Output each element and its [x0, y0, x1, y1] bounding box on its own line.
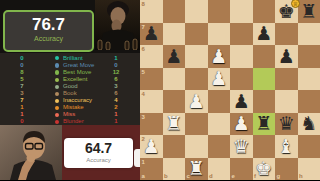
square-e1[interactable]: e	[230, 158, 253, 181]
great-move-icon	[55, 63, 59, 67]
black-rook-h8[interactable]: ♜	[300, 2, 317, 21]
legend-row-good: 7Good3	[0, 83, 140, 90]
rank-label: 2	[142, 136, 145, 142]
legend-row-excellent: 5Excellent6	[0, 76, 140, 83]
square-c4[interactable]: ♟	[185, 90, 208, 113]
right-player-count: 1	[108, 55, 124, 62]
right-player-count: 1	[108, 111, 124, 118]
white-pawn-d5[interactable]: ♟	[210, 69, 227, 88]
top-player-accuracy-card: 76.7 Accuracy	[3, 10, 94, 52]
classification-label: Great Move	[63, 62, 94, 69]
file-label: b	[164, 173, 168, 179]
right-player-count: 2	[108, 104, 124, 111]
square-b2[interactable]	[163, 135, 186, 158]
square-b6[interactable]: ♟	[163, 45, 186, 68]
black-queen-g3[interactable]: ♛	[278, 114, 295, 133]
mistake-icon	[55, 106, 59, 110]
classification-label: Inaccuracy	[63, 97, 92, 104]
square-e8[interactable]	[230, 0, 253, 23]
square-h8[interactable]: ♜	[298, 0, 320, 23]
bottom-accuracy-value: 64.7	[64, 140, 133, 156]
left-player-count: 5	[14, 76, 30, 83]
square-b7[interactable]	[163, 23, 186, 46]
square-d7[interactable]	[208, 23, 231, 46]
square-f4[interactable]	[253, 90, 276, 113]
classification-label: Mistake	[63, 104, 84, 111]
square-g7[interactable]	[275, 23, 298, 46]
left-player-count: 0	[14, 55, 30, 62]
square-c8[interactable]	[185, 0, 208, 23]
square-c3[interactable]	[185, 113, 208, 136]
black-rook-f3[interactable]: ♜	[255, 114, 272, 133]
square-a5[interactable]: 5	[140, 68, 163, 91]
rank-label: 1	[142, 159, 145, 165]
bottom-player-accuracy-card: 64.7 Accuracy	[64, 138, 133, 168]
left-player-count: 7	[14, 97, 30, 104]
square-e6[interactable]	[230, 45, 253, 68]
white-bishop-g2[interactable]: ♝	[278, 137, 295, 156]
square-e2[interactable]: ♛	[230, 135, 253, 158]
legend-row-book: 3Book6	[0, 90, 140, 97]
classification-label: Excellent	[63, 76, 87, 83]
top-accuracy-label: Accuracy	[5, 34, 92, 43]
square-h1[interactable]: h	[298, 158, 320, 181]
square-a1[interactable]: 1a	[140, 158, 163, 181]
square-a7[interactable]: 7♟	[140, 23, 163, 46]
square-f3[interactable]: ♜	[253, 113, 276, 136]
game-review-screen: 76.7 Accuracy	[0, 0, 320, 180]
square-d2[interactable]	[208, 135, 231, 158]
black-pawn-a7[interactable]: ♟	[143, 24, 160, 43]
excellent-icon	[55, 78, 59, 82]
rank-label: 8	[142, 1, 145, 7]
square-g3[interactable]: ♛	[275, 113, 298, 136]
file-label: g	[277, 173, 281, 179]
left-player-count: 8	[14, 69, 30, 76]
brilliant-icon	[55, 56, 59, 60]
legend-row-great-move: 0Great Move0	[0, 62, 140, 69]
right-player-count: 4	[108, 97, 124, 104]
square-b1[interactable]: b	[163, 158, 186, 181]
right-player-count: 6	[108, 76, 124, 83]
white-rook-c1[interactable]: ♜	[188, 159, 205, 178]
legend-row-brilliant: 0Brilliant1	[0, 55, 140, 62]
square-e7[interactable]	[230, 23, 253, 46]
square-f6[interactable]	[253, 45, 276, 68]
square-g6[interactable]: ♟	[275, 45, 298, 68]
legend-row-miss: 1Miss1	[0, 111, 140, 118]
white-pawn-e3[interactable]: ♟	[233, 114, 250, 133]
left-player-count: 0	[14, 62, 30, 69]
black-pawn-e4[interactable]: ♟	[233, 92, 250, 111]
classification-label: Good	[63, 83, 78, 90]
square-h5[interactable]	[298, 68, 320, 91]
square-d1[interactable]: d	[208, 158, 231, 181]
white-queen-e2[interactable]: ♛	[233, 137, 250, 156]
legend-row-mistake: 1Mistake2	[0, 104, 140, 111]
square-c1[interactable]: c♜	[185, 158, 208, 181]
classification-label: Book	[63, 90, 77, 97]
legend-row-best-move: 8Best Move12	[0, 69, 140, 76]
rank-label: 6	[142, 46, 145, 52]
left-player-count: 7	[14, 83, 30, 90]
left-player-count: 1	[14, 104, 30, 111]
square-c6[interactable]	[185, 45, 208, 68]
square-d4[interactable]	[208, 90, 231, 113]
bottom-accuracy-label: Accuracy	[64, 156, 133, 164]
square-e3[interactable]: ♟	[230, 113, 253, 136]
square-d8[interactable]	[208, 0, 231, 23]
square-a6[interactable]: 6	[140, 45, 163, 68]
classification-label: Best Move	[63, 69, 91, 76]
classification-label: Miss	[63, 111, 75, 118]
bottom-player-webcam	[0, 125, 62, 180]
square-f1[interactable]: f♚	[253, 158, 276, 181]
square-c2[interactable]	[185, 135, 208, 158]
square-h4[interactable]	[298, 90, 320, 113]
classification-label: Brilliant	[63, 55, 83, 62]
right-player-count: 12	[108, 69, 124, 76]
square-e5[interactable]	[230, 68, 253, 91]
white-king-f1[interactable]: ♚	[255, 159, 272, 178]
square-a4[interactable]: 4	[140, 90, 163, 113]
square-f7[interactable]: ♟	[253, 23, 276, 46]
square-a8[interactable]: 8	[140, 0, 163, 23]
miss-icon	[55, 113, 59, 117]
right-player-count: 3	[108, 83, 124, 90]
rank-label: 7	[142, 24, 145, 30]
file-label: e	[232, 173, 235, 179]
file-label: h	[299, 173, 303, 179]
white-pawn-c4[interactable]: ♟	[188, 92, 205, 111]
white-rook-b3[interactable]: ♜	[165, 114, 182, 133]
square-f5[interactable]	[253, 68, 276, 91]
rank-label: 3	[142, 114, 145, 120]
square-d5[interactable]: ♟	[208, 68, 231, 91]
best-move-icon	[55, 70, 59, 74]
square-h7[interactable]	[298, 23, 320, 46]
square-f2[interactable]	[253, 135, 276, 158]
black-pawn-f7[interactable]: ♟	[255, 24, 272, 43]
top-accuracy-value: 76.7	[5, 15, 92, 34]
square-g5[interactable]	[275, 68, 298, 91]
left-player-count: 3	[14, 90, 30, 97]
square-a2[interactable]: 2♟	[140, 135, 163, 158]
blunder-icon	[55, 120, 59, 124]
square-d3[interactable]	[208, 113, 231, 136]
black-pawn-g6[interactable]: ♟	[278, 47, 295, 66]
black-pawn-b6[interactable]: ♟	[165, 47, 182, 66]
square-b4[interactable]	[163, 90, 186, 113]
rank-label: 5	[142, 69, 145, 75]
square-b3[interactable]: ♜	[163, 113, 186, 136]
square-h3[interactable]: ♞	[298, 113, 320, 136]
square-g4[interactable]	[275, 90, 298, 113]
left-player-count: 1	[14, 111, 30, 118]
book-icon	[55, 92, 59, 96]
square-f8[interactable]	[253, 0, 276, 23]
legend-row-inaccuracy: 7Inaccuracy4	[0, 97, 140, 104]
top-player-webcam	[95, 0, 140, 50]
square-b5[interactable]	[163, 68, 186, 91]
white-pawn-a2[interactable]: ♟	[143, 137, 160, 156]
square-h2[interactable]	[298, 135, 320, 158]
top-player-silhouette	[95, 0, 140, 50]
good-icon	[55, 85, 59, 89]
rank-label: 4	[142, 91, 145, 97]
right-player-count: 6	[108, 90, 124, 97]
square-g2[interactable]: ♝	[275, 135, 298, 158]
square-g1[interactable]: g	[275, 158, 298, 181]
chess-board: 8♚♜7♟♟6♟♟♟5♟4♟♟3♜♟♜♛♞2♟♛♝1abc♜def♚gh♕	[140, 0, 320, 180]
file-label: f	[254, 173, 256, 179]
inaccuracy-icon	[55, 99, 59, 103]
square-d6[interactable]: ♟	[208, 45, 231, 68]
top-player-panel: 76.7 Accuracy	[0, 0, 140, 53]
file-label: d	[209, 173, 213, 179]
black-knight-h3[interactable]: ♞	[300, 114, 317, 133]
square-c7[interactable]	[185, 23, 208, 46]
file-label: c	[187, 173, 190, 179]
square-c5[interactable]	[185, 68, 208, 91]
square-a3[interactable]: 3	[140, 113, 163, 136]
bottom-player-silhouette	[0, 125, 62, 180]
right-player-count: 0	[108, 62, 124, 69]
white-pawn-d6[interactable]: ♟	[210, 47, 227, 66]
square-h6[interactable]	[298, 45, 320, 68]
file-label: a	[142, 173, 145, 179]
square-b8[interactable]	[163, 0, 186, 23]
move-classification-legend: 0Brilliant10Great Move08Best Move125Exce…	[0, 53, 140, 125]
square-e4[interactable]: ♟	[230, 90, 253, 113]
